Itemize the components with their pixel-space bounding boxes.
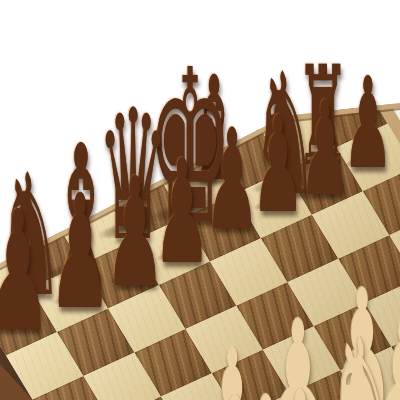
white-king-e1: ♚ <box>342 388 400 400</box>
pieces-layer: ♜♞♝♛♚♝♞♜♟♟♟♟♟♟♟♟♟♟♟♟♟♟♟♟♜♞♝♛♚♝♞♜ <box>0 0 400 400</box>
black-pawn-c7: ♟ <box>105 158 166 309</box>
white-pawn-c2: ♟ <box>200 374 270 400</box>
white-pawn-b2: ♟ <box>132 394 203 400</box>
chess-set-photo: ♜♞♝♛♚♝♞♜♟♟♟♟♟♟♟♟♟♟♟♟♟♟♟♟♜♞♝♛♚♝♞♜ <box>0 0 400 400</box>
black-pawn-a7: ♟ <box>0 189 51 355</box>
black-pawn-b7: ♟ <box>48 173 112 331</box>
black-pawn-g7: ♟ <box>299 84 351 214</box>
black-pawn-e7: ♟ <box>204 111 260 250</box>
